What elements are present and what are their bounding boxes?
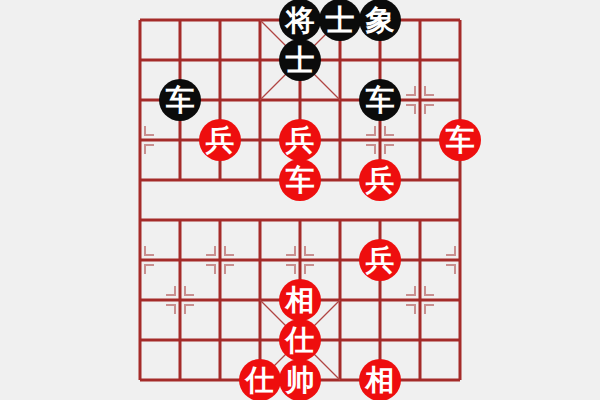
xiangqi-screenshot: 将士象士车车兵兵车车兵兵相仕仕帅相 [0, 0, 600, 400]
piece-red-elephant[interactable]: 相 [279, 279, 321, 321]
piece-black-chariot[interactable]: 车 [359, 79, 401, 121]
piece-red-chariot[interactable]: 车 [279, 159, 321, 201]
piece-red-chariot[interactable]: 车 [439, 119, 481, 161]
piece-black-general[interactable]: 将 [279, 0, 321, 41]
piece-black-elephant[interactable]: 象 [359, 0, 401, 41]
piece-red-soldier[interactable]: 兵 [359, 159, 401, 201]
piece-red-advisor[interactable]: 仕 [279, 319, 321, 361]
piece-black-advisor[interactable]: 士 [319, 0, 361, 41]
piece-red-advisor[interactable]: 仕 [239, 359, 281, 400]
piece-red-soldier[interactable]: 兵 [359, 239, 401, 281]
piece-red-elephant[interactable]: 相 [359, 359, 401, 400]
piece-black-chariot[interactable]: 车 [159, 79, 201, 121]
piece-red-soldier[interactable]: 兵 [279, 119, 321, 161]
piece-black-advisor[interactable]: 士 [279, 39, 321, 81]
piece-red-general[interactable]: 帅 [279, 359, 321, 400]
piece-red-soldier[interactable]: 兵 [199, 119, 241, 161]
xiangqi-board[interactable]: 将士象士车车兵兵车车兵兵相仕仕帅相 [120, 0, 480, 400]
